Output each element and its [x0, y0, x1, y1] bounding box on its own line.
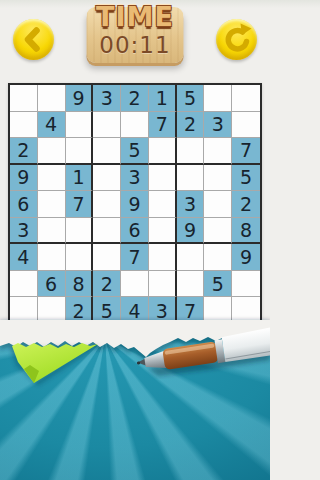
cell-r2c4[interactable] [93, 112, 121, 139]
cell-r3c1[interactable]: 2 [10, 138, 38, 165]
cell-r5c3[interactable]: 7 [66, 191, 94, 218]
cell-r1c4[interactable]: 3 [93, 85, 121, 112]
cell-r4c5[interactable]: 3 [121, 165, 149, 192]
cell-r2c1[interactable] [10, 112, 38, 139]
cell-r6c5[interactable]: 6 [121, 218, 149, 245]
cell-r4c6[interactable] [149, 165, 177, 192]
cell-r7c1[interactable]: 4 [10, 244, 38, 271]
cell-r1c8[interactable] [204, 85, 232, 112]
cell-r3c7[interactable] [177, 138, 205, 165]
cell-r6c6[interactable] [149, 218, 177, 245]
cell-r3c4[interactable] [93, 138, 121, 165]
cell-r1c9[interactable] [232, 85, 260, 112]
cell-r5c6[interactable] [149, 191, 177, 218]
scene-art [0, 320, 270, 480]
cell-r3c5[interactable]: 5 [121, 138, 149, 165]
cell-r1c5[interactable]: 2 [121, 85, 149, 112]
cell-r1c1[interactable] [10, 85, 38, 112]
cell-r5c4[interactable] [93, 191, 121, 218]
cell-r8c8[interactable]: 5 [204, 271, 232, 298]
cell-r8c9[interactable] [232, 271, 260, 298]
cell-r2c7[interactable]: 2 [177, 112, 205, 139]
cell-r1c7[interactable]: 5 [177, 85, 205, 112]
cell-r2c6[interactable]: 7 [149, 112, 177, 139]
cell-r5c1[interactable]: 6 [10, 191, 38, 218]
cell-r8c1[interactable] [10, 271, 38, 298]
cell-r7c5[interactable]: 7 [121, 244, 149, 271]
cell-r8c3[interactable]: 8 [66, 271, 94, 298]
cell-r4c2[interactable] [38, 165, 66, 192]
cell-r4c7[interactable] [177, 165, 205, 192]
cell-r5c8[interactable] [204, 191, 232, 218]
cell-r3c3[interactable] [66, 138, 94, 165]
cell-r1c6[interactable]: 1 [149, 85, 177, 112]
sudoku-board: 9321547232579135679323698479682525437 [8, 83, 262, 326]
top-bar: TIME 00:11 [0, 0, 270, 80]
cell-r2c5[interactable] [121, 112, 149, 139]
cell-r4c4[interactable] [93, 165, 121, 192]
cell-r7c9[interactable]: 9 [232, 244, 260, 271]
cell-r7c2[interactable] [38, 244, 66, 271]
cell-r2c9[interactable] [232, 112, 260, 139]
cell-r7c4[interactable] [93, 244, 121, 271]
cell-r6c8[interactable] [204, 218, 232, 245]
cell-r3c8[interactable] [204, 138, 232, 165]
cell-r7c3[interactable] [66, 244, 94, 271]
refresh-icon [216, 19, 257, 60]
back-button[interactable] [13, 19, 54, 60]
time-plaque: TIME 00:11 [87, 7, 184, 63]
cell-r5c7[interactable]: 3 [177, 191, 205, 218]
cell-r7c7[interactable] [177, 244, 205, 271]
bottom-scene [0, 332, 270, 480]
cell-r4c9[interactable]: 5 [232, 165, 260, 192]
cell-r4c1[interactable]: 9 [10, 165, 38, 192]
green-paper [12, 343, 98, 383]
cell-r6c4[interactable] [93, 218, 121, 245]
cell-r4c8[interactable] [204, 165, 232, 192]
cell-r5c2[interactable] [38, 191, 66, 218]
cell-r4c3[interactable]: 1 [66, 165, 94, 192]
cell-r2c2[interactable]: 4 [38, 112, 66, 139]
cell-r2c8[interactable]: 3 [204, 112, 232, 139]
cell-r5c9[interactable]: 2 [232, 191, 260, 218]
cell-r3c6[interactable] [149, 138, 177, 165]
time-label: TIME [96, 1, 174, 32]
cell-r3c9[interactable]: 7 [232, 138, 260, 165]
cell-r6c3[interactable] [66, 218, 94, 245]
cell-r3c2[interactable] [38, 138, 66, 165]
cell-r8c2[interactable]: 6 [38, 271, 66, 298]
cell-r6c7[interactable]: 9 [177, 218, 205, 245]
cell-r8c7[interactable] [177, 271, 205, 298]
cell-r8c4[interactable]: 2 [93, 271, 121, 298]
cell-r6c2[interactable] [38, 218, 66, 245]
cell-r1c2[interactable] [38, 85, 66, 112]
cell-r5c5[interactable]: 9 [121, 191, 149, 218]
cell-r6c9[interactable]: 8 [232, 218, 260, 245]
cell-r8c5[interactable] [121, 271, 149, 298]
cell-r6c1[interactable]: 3 [10, 218, 38, 245]
cell-r2c3[interactable] [66, 112, 94, 139]
cell-r7c6[interactable] [149, 244, 177, 271]
chevron-left-icon [13, 19, 54, 60]
cell-r7c8[interactable] [204, 244, 232, 271]
timer-value: 00:11 [87, 32, 184, 58]
cell-r1c3[interactable]: 9 [66, 85, 94, 112]
restart-button[interactable] [216, 19, 257, 60]
cell-r8c6[interactable] [149, 271, 177, 298]
